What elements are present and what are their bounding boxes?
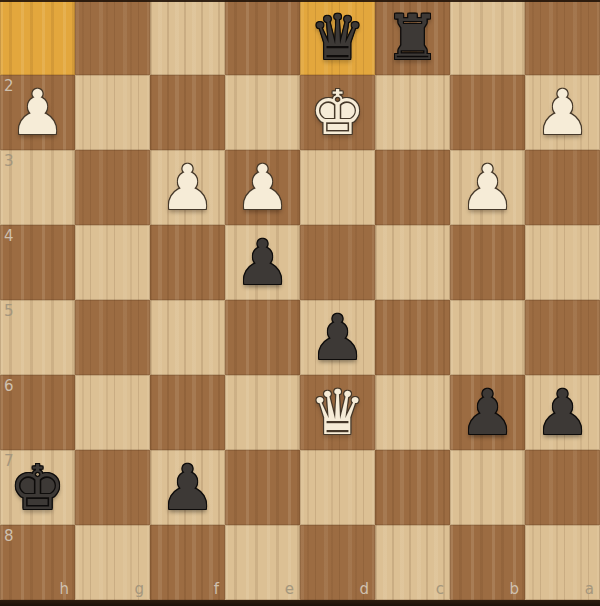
square-c8[interactable] (375, 525, 450, 600)
black-pawn-piece[interactable]: ♟ (525, 375, 600, 450)
square-g5[interactable] (75, 300, 150, 375)
black-pawn-piece[interactable]: ♟ (300, 300, 375, 375)
white-pawn-piece[interactable]: ♟ (525, 75, 600, 150)
square-f2[interactable] (150, 75, 225, 150)
square-a7[interactable] (525, 450, 600, 525)
square-e1[interactable] (225, 0, 300, 75)
square-a1[interactable] (525, 0, 600, 75)
square-c4[interactable] (375, 225, 450, 300)
square-h6[interactable] (0, 375, 75, 450)
board-bottom-edge (0, 600, 600, 606)
black-king-piece[interactable]: ♚ (0, 450, 75, 525)
square-a3[interactable] (525, 150, 600, 225)
square-g6[interactable] (75, 375, 150, 450)
square-f4[interactable] (150, 225, 225, 300)
square-c3[interactable] (375, 150, 450, 225)
square-f5[interactable] (150, 300, 225, 375)
white-pawn-piece[interactable]: ♟ (0, 75, 75, 150)
black-pawn-piece[interactable]: ♟ (450, 375, 525, 450)
square-f1[interactable] (150, 0, 225, 75)
square-a8[interactable] (525, 525, 600, 600)
square-h3[interactable] (0, 150, 75, 225)
chess-app: ♛♜♟♚♟♟♟♟♟♟♛♟♟♟♚2345678hgfedcba (0, 0, 600, 606)
square-g3[interactable] (75, 150, 150, 225)
black-rook-piece[interactable]: ♜ (375, 0, 450, 75)
white-king-piece[interactable]: ♚ (300, 75, 375, 150)
white-pawn-piece[interactable]: ♟ (150, 150, 225, 225)
square-h4[interactable] (0, 225, 75, 300)
square-c2[interactable] (375, 75, 450, 150)
black-queen-piece[interactable]: ♛ (300, 0, 375, 75)
square-b7[interactable] (450, 450, 525, 525)
square-c5[interactable] (375, 300, 450, 375)
square-b4[interactable] (450, 225, 525, 300)
square-e2[interactable] (225, 75, 300, 150)
square-h5[interactable] (0, 300, 75, 375)
square-b8[interactable] (450, 525, 525, 600)
square-c6[interactable] (375, 375, 450, 450)
square-b2[interactable] (450, 75, 525, 150)
square-g2[interactable] (75, 75, 150, 150)
chess-board: ♛♜♟♚♟♟♟♟♟♟♛♟♟♟♚2345678hgfedcba (0, 0, 600, 600)
white-queen-piece[interactable]: ♛ (300, 375, 375, 450)
square-g1[interactable] (75, 0, 150, 75)
square-d4[interactable] (300, 225, 375, 300)
square-d8[interactable] (300, 525, 375, 600)
square-a4[interactable] (525, 225, 600, 300)
square-e6[interactable] (225, 375, 300, 450)
square-g7[interactable] (75, 450, 150, 525)
square-f6[interactable] (150, 375, 225, 450)
black-pawn-piece[interactable]: ♟ (225, 225, 300, 300)
square-e7[interactable] (225, 450, 300, 525)
square-a5[interactable] (525, 300, 600, 375)
square-g8[interactable] (75, 525, 150, 600)
square-g4[interactable] (75, 225, 150, 300)
square-f8[interactable] (150, 525, 225, 600)
square-h1[interactable] (0, 0, 75, 75)
square-h8[interactable] (0, 525, 75, 600)
square-c7[interactable] (375, 450, 450, 525)
white-pawn-piece[interactable]: ♟ (225, 150, 300, 225)
white-pawn-piece[interactable]: ♟ (450, 150, 525, 225)
black-pawn-piece[interactable]: ♟ (150, 450, 225, 525)
square-b5[interactable] (450, 300, 525, 375)
square-b1[interactable] (450, 0, 525, 75)
square-d7[interactable] (300, 450, 375, 525)
square-d3[interactable] (300, 150, 375, 225)
square-e5[interactable] (225, 300, 300, 375)
square-e8[interactable] (225, 525, 300, 600)
